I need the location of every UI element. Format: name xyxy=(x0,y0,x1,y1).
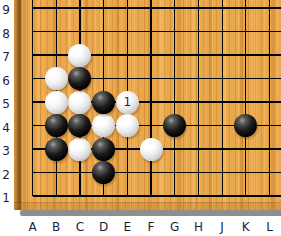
stone-black-D5[interactable] xyxy=(92,91,115,114)
stone-white-C7[interactable] xyxy=(68,44,91,67)
col-label-G: G xyxy=(168,220,182,234)
board-shadow xyxy=(20,210,281,216)
stone-white-E5[interactable]: 1 xyxy=(116,91,139,114)
row-label-5: 5 xyxy=(0,97,12,111)
stone-white-C5[interactable] xyxy=(68,91,91,114)
stone-black-B4[interactable] xyxy=(45,114,68,137)
row-label-2: 2 xyxy=(0,168,12,182)
col-label-H: H xyxy=(191,220,205,234)
stone-white-E4[interactable] xyxy=(116,114,139,137)
col-label-A: A xyxy=(26,220,40,234)
stone-white-B6[interactable] xyxy=(45,67,68,90)
move-number-1: 1 xyxy=(123,96,131,108)
go-diagram: 1 987654321 ABCDEFGHJKL xyxy=(0,0,281,236)
row-label-6: 6 xyxy=(0,74,12,88)
row-label-7: 7 xyxy=(0,50,12,64)
col-label-C: C xyxy=(73,220,87,234)
col-label-D: D xyxy=(97,220,111,234)
goban[interactable]: 1 xyxy=(14,0,281,210)
stone-black-D3[interactable] xyxy=(92,138,115,161)
col-label-F: F xyxy=(144,220,158,234)
col-label-L: L xyxy=(263,220,277,234)
row-label-9: 9 xyxy=(0,3,12,17)
stone-white-D4[interactable] xyxy=(92,114,115,137)
stone-white-F3[interactable] xyxy=(140,138,163,161)
col-label-E: E xyxy=(120,220,134,234)
stone-black-D2[interactable] xyxy=(92,161,115,184)
stone-white-C3[interactable] xyxy=(68,138,91,161)
row-label-4: 4 xyxy=(0,121,12,135)
col-label-B: B xyxy=(49,220,63,234)
row-label-3: 3 xyxy=(0,144,12,158)
row-label-8: 8 xyxy=(0,27,12,41)
col-label-K: K xyxy=(239,220,253,234)
col-label-J: J xyxy=(215,220,229,234)
stone-black-B3[interactable] xyxy=(45,138,68,161)
stone-white-B5[interactable] xyxy=(45,91,68,114)
row-label-1: 1 xyxy=(0,191,12,205)
